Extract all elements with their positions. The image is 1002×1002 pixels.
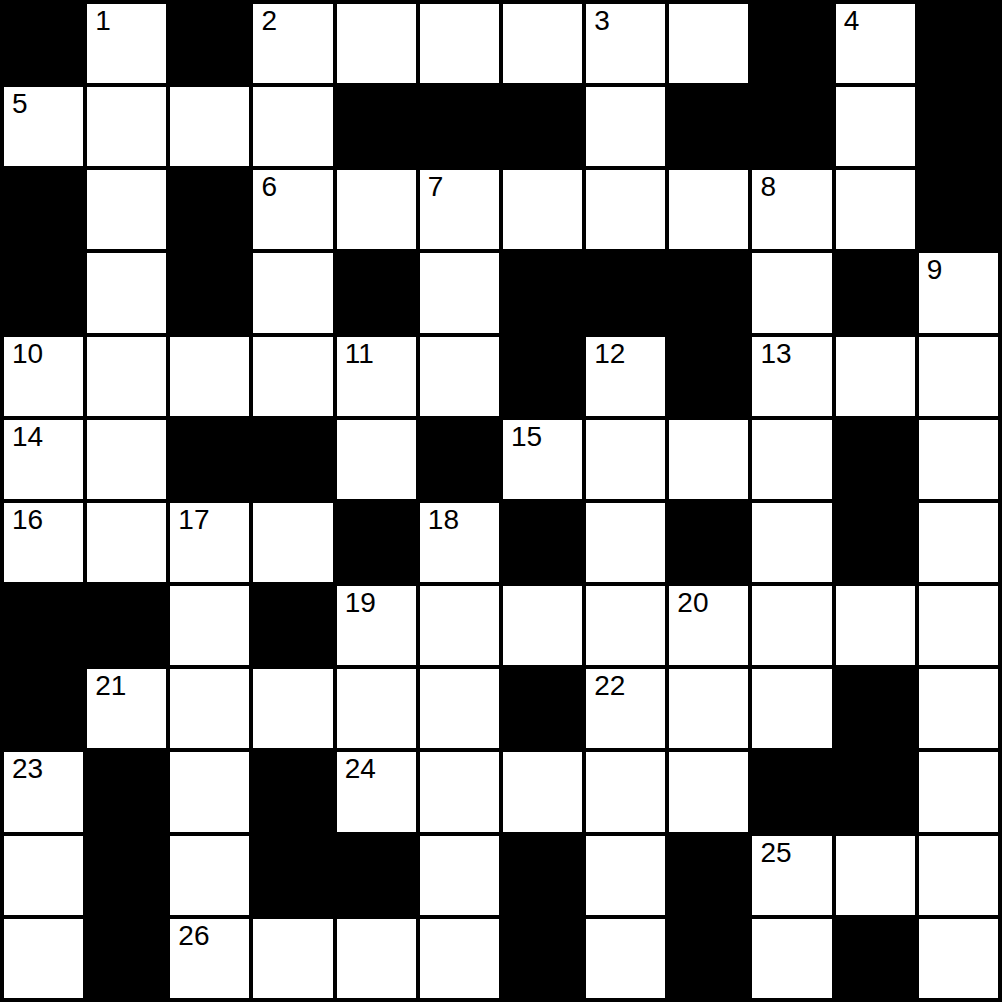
crossword-cell[interactable] <box>253 669 332 748</box>
clue-number: 17 <box>178 505 209 536</box>
black-cell <box>4 669 83 748</box>
crossword-cell[interactable]: 12 <box>586 337 665 416</box>
crossword-cell[interactable] <box>669 420 748 499</box>
crossword-cell[interactable] <box>170 337 249 416</box>
crossword-cell[interactable] <box>253 337 332 416</box>
black-cell <box>337 87 416 166</box>
black-cell <box>836 752 915 831</box>
black-cell <box>503 337 582 416</box>
black-cell <box>4 4 83 83</box>
crossword-cell[interactable]: 23 <box>4 752 83 831</box>
clue-number: 20 <box>677 588 708 619</box>
crossword-cell[interactable] <box>87 420 166 499</box>
clue-number: 19 <box>345 588 376 619</box>
crossword-cell[interactable] <box>420 4 499 83</box>
black-cell <box>503 836 582 915</box>
black-cell <box>919 4 998 83</box>
crossword-cell[interactable] <box>503 4 582 83</box>
crossword-cell[interactable] <box>337 669 416 748</box>
crossword-cell[interactable] <box>503 586 582 665</box>
black-cell <box>87 836 166 915</box>
crossword-cell[interactable] <box>669 4 748 83</box>
crossword-cell[interactable] <box>752 919 831 998</box>
crossword-cell[interactable]: 14 <box>4 420 83 499</box>
black-cell <box>503 87 582 166</box>
black-cell <box>87 752 166 831</box>
black-cell <box>836 420 915 499</box>
crossword-cell[interactable] <box>337 919 416 998</box>
crossword-cell[interactable]: 13 <box>752 337 831 416</box>
crossword-cell[interactable] <box>752 669 831 748</box>
black-cell <box>919 170 998 249</box>
crossword-cell[interactable] <box>586 87 665 166</box>
black-cell <box>170 170 249 249</box>
crossword-cell[interactable]: 15 <box>503 420 582 499</box>
crossword-cell[interactable]: 19 <box>337 586 416 665</box>
crossword-cell[interactable] <box>752 503 831 582</box>
crossword-cell[interactable] <box>836 586 915 665</box>
crossword-cell[interactable] <box>836 87 915 166</box>
crossword-cell[interactable] <box>669 170 748 249</box>
black-cell <box>253 836 332 915</box>
crossword-cell[interactable]: 8 <box>752 170 831 249</box>
crossword-cell[interactable] <box>919 586 998 665</box>
black-cell <box>586 253 665 332</box>
crossword-cell[interactable] <box>669 669 748 748</box>
black-cell <box>170 420 249 499</box>
crossword-cell[interactable]: 5 <box>4 87 83 166</box>
crossword-cell[interactable]: 2 <box>253 4 332 83</box>
crossword-cell[interactable] <box>836 337 915 416</box>
crossword-cell[interactable] <box>586 752 665 831</box>
black-cell <box>420 87 499 166</box>
black-cell <box>836 253 915 332</box>
crossword-cell[interactable]: 9 <box>919 253 998 332</box>
crossword-cell[interactable] <box>586 586 665 665</box>
clue-number: 5 <box>12 89 28 120</box>
clue-number: 4 <box>844 6 860 37</box>
crossword-cell[interactable]: 4 <box>836 4 915 83</box>
black-cell <box>836 669 915 748</box>
black-cell <box>337 503 416 582</box>
crossword-cell[interactable] <box>170 669 249 748</box>
crossword-cell[interactable] <box>170 586 249 665</box>
crossword-cell[interactable] <box>420 752 499 831</box>
clue-number: 3 <box>594 6 610 37</box>
crossword-cell[interactable] <box>87 87 166 166</box>
crossword-cell[interactable]: 21 <box>87 669 166 748</box>
crossword-cell[interactable] <box>919 420 998 499</box>
crossword-cell[interactable] <box>752 586 831 665</box>
crossword-cell[interactable] <box>87 503 166 582</box>
clue-number: 7 <box>428 172 444 203</box>
clue-number: 9 <box>927 255 943 286</box>
clue-number: 2 <box>261 6 277 37</box>
crossword-cell[interactable] <box>4 919 83 998</box>
crossword-cell[interactable] <box>836 170 915 249</box>
crossword-cell[interactable] <box>586 170 665 249</box>
crossword-cell[interactable]: 1 <box>87 4 166 83</box>
crossword-cell[interactable]: 20 <box>669 586 748 665</box>
black-cell <box>919 87 998 166</box>
clue-number: 11 <box>345 339 374 370</box>
clue-number: 26 <box>178 921 209 952</box>
black-cell <box>836 503 915 582</box>
clue-number: 13 <box>760 339 791 370</box>
crossword-cell[interactable] <box>752 253 831 332</box>
crossword-cell[interactable] <box>337 4 416 83</box>
black-cell <box>4 586 83 665</box>
crossword-cell[interactable] <box>586 836 665 915</box>
clue-number: 21 <box>95 671 126 702</box>
crossword-cell[interactable] <box>420 586 499 665</box>
black-cell <box>170 253 249 332</box>
black-cell <box>669 253 748 332</box>
black-cell <box>253 420 332 499</box>
black-cell <box>87 919 166 998</box>
crossword-cell[interactable] <box>170 752 249 831</box>
clue-number: 16 <box>12 505 43 536</box>
crossword-cell[interactable]: 10 <box>4 337 83 416</box>
crossword-cell[interactable]: 6 <box>253 170 332 249</box>
crossword-grid: 1234567891011121314151617181920212223242… <box>0 0 1002 1002</box>
clue-number: 18 <box>428 505 459 536</box>
crossword-cell[interactable]: 18 <box>420 503 499 582</box>
crossword-cell[interactable] <box>253 253 332 332</box>
clue-number: 25 <box>760 838 791 869</box>
crossword-cell[interactable] <box>420 253 499 332</box>
crossword-cell[interactable] <box>586 420 665 499</box>
black-cell <box>253 586 332 665</box>
black-cell <box>836 919 915 998</box>
black-cell <box>752 752 831 831</box>
crossword-cell[interactable] <box>919 337 998 416</box>
black-cell <box>669 503 748 582</box>
crossword-cell[interactable] <box>919 669 998 748</box>
black-cell <box>337 836 416 915</box>
black-cell <box>87 586 166 665</box>
crossword-cell[interactable] <box>503 752 582 831</box>
crossword-cell[interactable] <box>337 420 416 499</box>
crossword-cell[interactable]: 24 <box>337 752 416 831</box>
black-cell <box>669 836 748 915</box>
crossword-cell[interactable] <box>919 919 998 998</box>
crossword-cell[interactable]: 16 <box>4 503 83 582</box>
crossword-cell[interactable] <box>170 87 249 166</box>
crossword-cell[interactable] <box>919 503 998 582</box>
clue-number: 22 <box>594 671 625 702</box>
black-cell <box>669 337 748 416</box>
crossword-cell[interactable] <box>170 836 249 915</box>
crossword-cell[interactable] <box>420 337 499 416</box>
clue-number: 24 <box>345 754 376 785</box>
crossword-cell[interactable] <box>253 503 332 582</box>
crossword-cell[interactable] <box>919 836 998 915</box>
crossword-cell[interactable] <box>253 919 332 998</box>
crossword-cell[interactable] <box>4 836 83 915</box>
black-cell <box>420 420 499 499</box>
crossword-cell[interactable]: 17 <box>170 503 249 582</box>
clue-number: 14 <box>12 422 43 453</box>
black-cell <box>669 87 748 166</box>
black-cell <box>337 253 416 332</box>
black-cell <box>253 752 332 831</box>
clue-number: 1 <box>95 6 111 37</box>
crossword-cell[interactable]: 11 <box>337 337 416 416</box>
clue-number: 15 <box>511 422 542 453</box>
crossword-cell[interactable] <box>87 253 166 332</box>
crossword-cell[interactable]: 3 <box>586 4 665 83</box>
black-cell <box>669 919 748 998</box>
crossword-cell[interactable] <box>420 836 499 915</box>
crossword-cell[interactable] <box>669 752 748 831</box>
black-cell <box>503 253 582 332</box>
crossword-cell[interactable] <box>586 503 665 582</box>
clue-number: 6 <box>261 172 277 203</box>
black-cell <box>503 919 582 998</box>
crossword-cell[interactable]: 22 <box>586 669 665 748</box>
crossword-cell[interactable] <box>253 87 332 166</box>
black-cell <box>503 669 582 748</box>
crossword-cell[interactable] <box>420 669 499 748</box>
crossword-cell[interactable] <box>586 919 665 998</box>
clue-number: 8 <box>760 172 776 203</box>
crossword-cell[interactable] <box>752 420 831 499</box>
crossword-cell[interactable] <box>919 752 998 831</box>
crossword-cell[interactable]: 25 <box>752 836 831 915</box>
black-cell <box>503 503 582 582</box>
crossword-cell[interactable] <box>87 337 166 416</box>
crossword-cell[interactable] <box>836 836 915 915</box>
clue-number: 10 <box>12 339 43 370</box>
crossword-cell[interactable] <box>337 170 416 249</box>
clue-number: 23 <box>12 754 43 785</box>
crossword-cell[interactable] <box>87 170 166 249</box>
crossword-cell[interactable]: 7 <box>420 170 499 249</box>
crossword-cell[interactable] <box>503 170 582 249</box>
clue-number: 12 <box>594 339 625 370</box>
crossword-cell[interactable] <box>420 919 499 998</box>
black-cell <box>752 87 831 166</box>
black-cell <box>170 4 249 83</box>
black-cell <box>4 170 83 249</box>
black-cell <box>4 253 83 332</box>
crossword-cell[interactable]: 26 <box>170 919 249 998</box>
black-cell <box>752 4 831 83</box>
